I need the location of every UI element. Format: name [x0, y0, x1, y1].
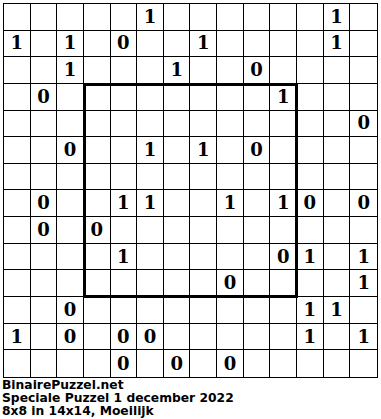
- cell-r2c10[interactable]: [270, 57, 297, 84]
- footer-puzzle-title: Speciale Puzzel 1 december 2022: [2, 392, 234, 405]
- cell-r3c6[interactable]: [164, 84, 191, 111]
- cell-r11c7[interactable]: [190, 297, 217, 324]
- cell-r8c6[interactable]: [164, 217, 191, 244]
- cell-r12c3[interactable]: [84, 324, 111, 351]
- cell-r0c8[interactable]: [217, 4, 244, 31]
- footer: BinairePuzzel.net Speciale Puzzel 1 dece…: [2, 379, 234, 417]
- cell-r4c10[interactable]: [270, 111, 297, 138]
- cell-r13c0[interactable]: [4, 350, 31, 377]
- cell-r3c1: 0: [31, 84, 58, 111]
- cell-r2c9: 0: [244, 57, 271, 84]
- cell-r9c3[interactable]: [84, 244, 111, 271]
- cell-r5c13[interactable]: [350, 137, 377, 164]
- cell-r2c7[interactable]: [190, 57, 217, 84]
- cell-r8c0[interactable]: [4, 217, 31, 244]
- cell-r7c10: 1: [270, 190, 297, 217]
- cell-r9c13: 1: [350, 244, 377, 271]
- cell-r10c8: 0: [217, 270, 244, 297]
- cell-r6c3[interactable]: [84, 164, 111, 191]
- cell-r1c6[interactable]: [164, 31, 191, 58]
- cell-r10c6[interactable]: [164, 270, 191, 297]
- cell-r3c10: 1: [270, 84, 297, 111]
- cell-r11c9[interactable]: [244, 297, 271, 324]
- cell-r4c6[interactable]: [164, 111, 191, 138]
- cell-r10c10[interactable]: [270, 270, 297, 297]
- cell-r1c1[interactable]: [31, 31, 58, 58]
- cell-r12c11: 1: [297, 324, 324, 351]
- cell-r1c4: 0: [111, 31, 138, 58]
- cell-r2c4[interactable]: [111, 57, 138, 84]
- cell-r0c5: 1: [137, 4, 164, 31]
- cell-r3c7[interactable]: [190, 84, 217, 111]
- cell-r9c9[interactable]: [244, 244, 271, 271]
- cell-r5c8[interactable]: [217, 137, 244, 164]
- cell-r9c7[interactable]: [190, 244, 217, 271]
- cell-r4c8[interactable]: [217, 111, 244, 138]
- cell-r10c9[interactable]: [244, 270, 271, 297]
- cell-r6c7[interactable]: [190, 164, 217, 191]
- cell-r12c0: 1: [4, 324, 31, 351]
- cell-r6c6[interactable]: [164, 164, 191, 191]
- cell-r13c4: 0: [111, 350, 138, 377]
- cell-r5c7: 1: [190, 137, 217, 164]
- cell-r11c3[interactable]: [84, 297, 111, 324]
- cell-r7c0[interactable]: [4, 190, 31, 217]
- cell-r7c9[interactable]: [244, 190, 271, 217]
- cell-r11c0[interactable]: [4, 297, 31, 324]
- footer-site-name: BinairePuzzel.net: [2, 379, 234, 392]
- cell-r3c9[interactable]: [244, 84, 271, 111]
- cell-r7c11: 0: [297, 190, 324, 217]
- cell-r9c5[interactable]: [137, 244, 164, 271]
- cell-r11c4[interactable]: [111, 297, 138, 324]
- cell-r2c11[interactable]: [297, 57, 324, 84]
- cell-r1c9[interactable]: [244, 31, 271, 58]
- cell-r0c0[interactable]: [4, 4, 31, 31]
- cell-r13c10[interactable]: [270, 350, 297, 377]
- cell-r1c0: 1: [4, 31, 31, 58]
- cell-r12c6[interactable]: [164, 324, 191, 351]
- cell-r8c10[interactable]: [270, 217, 297, 244]
- cell-r4c0[interactable]: [4, 111, 31, 138]
- cell-r6c4[interactable]: [111, 164, 138, 191]
- cell-r7c6[interactable]: [164, 190, 191, 217]
- cell-r0c10[interactable]: [270, 4, 297, 31]
- cell-r3c5[interactable]: [137, 84, 164, 111]
- cell-r8c3: 0: [84, 217, 111, 244]
- cell-r7c3[interactable]: [84, 190, 111, 217]
- cell-r3c12[interactable]: [324, 84, 351, 111]
- cell-r8c1: 0: [31, 217, 58, 244]
- cell-r7c1: 0: [31, 190, 58, 217]
- cell-r0c3[interactable]: [84, 4, 111, 31]
- cell-r11c11: 1: [297, 297, 324, 324]
- cell-r12c10[interactable]: [270, 324, 297, 351]
- cell-r4c7[interactable]: [190, 111, 217, 138]
- cell-r9c2[interactable]: [57, 244, 84, 271]
- cell-r11c12: 1: [324, 297, 351, 324]
- puzzle-page: 1111011110010011001111000010110101110001…: [0, 0, 381, 419]
- cell-r7c8: 1: [217, 190, 244, 217]
- cell-r1c5[interactable]: [137, 31, 164, 58]
- cell-r12c2: 0: [57, 324, 84, 351]
- cell-r8c7[interactable]: [190, 217, 217, 244]
- cell-r7c13: 0: [350, 190, 377, 217]
- cell-r2c13[interactable]: [350, 57, 377, 84]
- cell-r9c1[interactable]: [31, 244, 58, 271]
- cell-r8c12[interactable]: [324, 217, 351, 244]
- cell-r5c9: 0: [244, 137, 271, 164]
- cell-r13c6: 0: [164, 350, 191, 377]
- cell-r0c9[interactable]: [244, 4, 271, 31]
- cell-r12c8[interactable]: [217, 324, 244, 351]
- cell-r10c0[interactable]: [4, 270, 31, 297]
- cell-r6c0[interactable]: [4, 164, 31, 191]
- cell-r5c1[interactable]: [31, 137, 58, 164]
- cell-r13c9[interactable]: [244, 350, 271, 377]
- cell-r10c7[interactable]: [190, 270, 217, 297]
- cell-r2c0[interactable]: [4, 57, 31, 84]
- cell-r3c2[interactable]: [57, 84, 84, 111]
- cell-r5c6[interactable]: [164, 137, 191, 164]
- cell-r13c12[interactable]: [324, 350, 351, 377]
- cell-r0c12: 1: [324, 4, 351, 31]
- cell-r12c4: 0: [111, 324, 138, 351]
- cell-r11c6[interactable]: [164, 297, 191, 324]
- cell-r11c8[interactable]: [217, 297, 244, 324]
- cell-r6c5[interactable]: [137, 164, 164, 191]
- cell-r11c1[interactable]: [31, 297, 58, 324]
- footer-puzzle-info: 8x8 in 14x14, Moeilijk: [2, 405, 234, 418]
- cell-r1c8[interactable]: [217, 31, 244, 58]
- cell-r10c13: 1: [350, 270, 377, 297]
- cell-r6c2[interactable]: [57, 164, 84, 191]
- cell-r8c9[interactable]: [244, 217, 271, 244]
- cell-r13c7[interactable]: [190, 350, 217, 377]
- cell-r3c8[interactable]: [217, 84, 244, 111]
- cell-r11c10[interactable]: [270, 297, 297, 324]
- cell-r10c11[interactable]: [297, 270, 324, 297]
- cell-r7c5: 1: [137, 190, 164, 217]
- cell-r4c3[interactable]: [84, 111, 111, 138]
- cell-r4c4[interactable]: [111, 111, 138, 138]
- cell-r6c10[interactable]: [270, 164, 297, 191]
- cell-r0c4[interactable]: [111, 4, 138, 31]
- cell-r13c8: 0: [217, 350, 244, 377]
- cell-r5c3[interactable]: [84, 137, 111, 164]
- cell-r0c11[interactable]: [297, 4, 324, 31]
- cell-r13c2[interactable]: [57, 350, 84, 377]
- cell-r0c6[interactable]: [164, 4, 191, 31]
- cell-r2c1[interactable]: [31, 57, 58, 84]
- cell-r5c2: 0: [57, 137, 84, 164]
- cell-r13c11[interactable]: [297, 350, 324, 377]
- cell-r1c11[interactable]: [297, 31, 324, 58]
- cell-r2c8[interactable]: [217, 57, 244, 84]
- cell-r7c4: 1: [111, 190, 138, 217]
- cell-r6c9[interactable]: [244, 164, 271, 191]
- cell-r3c0[interactable]: [4, 84, 31, 111]
- cell-r13c13[interactable]: [350, 350, 377, 377]
- cell-r5c12[interactable]: [324, 137, 351, 164]
- cell-r1c2: 1: [57, 31, 84, 58]
- cell-r9c10: 0: [270, 244, 297, 271]
- cell-r10c3[interactable]: [84, 270, 111, 297]
- cell-r13c3[interactable]: [84, 350, 111, 377]
- cell-r0c7[interactable]: [190, 4, 217, 31]
- cell-r3c11[interactable]: [297, 84, 324, 111]
- cell-r4c5[interactable]: [137, 111, 164, 138]
- cell-r13c1[interactable]: [31, 350, 58, 377]
- puzzle-board: 1111011110010011001111000010110101110001…: [3, 3, 378, 378]
- cell-r5c4[interactable]: [111, 137, 138, 164]
- cell-r2c6: 1: [164, 57, 191, 84]
- cell-r10c5[interactable]: [137, 270, 164, 297]
- cell-r12c5: 0: [137, 324, 164, 351]
- cell-r13c5[interactable]: [137, 350, 164, 377]
- cell-r10c12[interactable]: [324, 270, 351, 297]
- cell-r1c10[interactable]: [270, 31, 297, 58]
- cell-r12c1[interactable]: [31, 324, 58, 351]
- cell-r1c3[interactable]: [84, 31, 111, 58]
- cell-r10c2[interactable]: [57, 270, 84, 297]
- cell-r8c13[interactable]: [350, 217, 377, 244]
- cell-r10c1[interactable]: [31, 270, 58, 297]
- cell-r6c8[interactable]: [217, 164, 244, 191]
- cell-r12c12[interactable]: [324, 324, 351, 351]
- cell-r8c4[interactable]: [111, 217, 138, 244]
- cell-r11c2: 0: [57, 297, 84, 324]
- cell-r4c2[interactable]: [57, 111, 84, 138]
- cell-r6c11[interactable]: [297, 164, 324, 191]
- cell-r9c0[interactable]: [4, 244, 31, 271]
- cell-r4c12[interactable]: [324, 111, 351, 138]
- cell-r1c7: 1: [190, 31, 217, 58]
- cell-r4c1[interactable]: [31, 111, 58, 138]
- cell-r5c11[interactable]: [297, 137, 324, 164]
- cell-r11c13[interactable]: [350, 297, 377, 324]
- cell-r10c4[interactable]: [111, 270, 138, 297]
- cell-r9c12[interactable]: [324, 244, 351, 271]
- cell-r12c9[interactable]: [244, 324, 271, 351]
- cell-r2c12[interactable]: [324, 57, 351, 84]
- cell-r5c5: 1: [137, 137, 164, 164]
- cell-r3c3[interactable]: [84, 84, 111, 111]
- cell-r11c5[interactable]: [137, 297, 164, 324]
- cell-r12c13: 1: [350, 324, 377, 351]
- cell-r8c2[interactable]: [57, 217, 84, 244]
- cell-r3c4[interactable]: [111, 84, 138, 111]
- cell-r9c8[interactable]: [217, 244, 244, 271]
- cell-r12c7[interactable]: [190, 324, 217, 351]
- cell-r1c13[interactable]: [350, 31, 377, 58]
- cell-r5c10[interactable]: [270, 137, 297, 164]
- cell-r6c12[interactable]: [324, 164, 351, 191]
- cell-r2c2: 1: [57, 57, 84, 84]
- cell-r9c6[interactable]: [164, 244, 191, 271]
- cell-r9c11: 1: [297, 244, 324, 271]
- cell-r7c2[interactable]: [57, 190, 84, 217]
- cell-r4c11[interactable]: [297, 111, 324, 138]
- cell-r8c11[interactable]: [297, 217, 324, 244]
- cell-r6c13[interactable]: [350, 164, 377, 191]
- cell-r3c13[interactable]: [350, 84, 377, 111]
- cell-r0c1[interactable]: [31, 4, 58, 31]
- cell-r2c5[interactable]: [137, 57, 164, 84]
- cell-r8c8[interactable]: [217, 217, 244, 244]
- cell-r7c12[interactable]: [324, 190, 351, 217]
- cell-r4c13: 0: [350, 111, 377, 138]
- cell-r4c9[interactable]: [244, 111, 271, 138]
- cell-r9c4: 1: [111, 244, 138, 271]
- cell-r0c2[interactable]: [57, 4, 84, 31]
- cell-r8c5[interactable]: [137, 217, 164, 244]
- cell-r5c0[interactable]: [4, 137, 31, 164]
- cell-r0c13[interactable]: [350, 4, 377, 31]
- cell-r7c7[interactable]: [190, 190, 217, 217]
- cell-r6c1[interactable]: [31, 164, 58, 191]
- cell-r1c12: 1: [324, 31, 351, 58]
- cell-r2c3[interactable]: [84, 57, 111, 84]
- puzzle-grid: 1111011110010011001111000010110101110001…: [4, 4, 377, 377]
